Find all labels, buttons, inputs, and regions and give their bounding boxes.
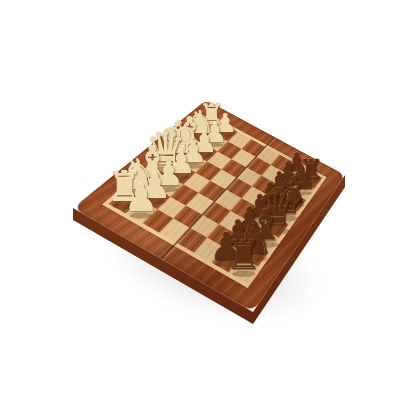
chess-set-product-photo: ♜♞♝♛♚♝♞♜♟♟♟♟♟♟♟♟♟♟♟♟♟♟♟♟♜♞♝♛♚♝♞♜ bbox=[0, 0, 400, 400]
